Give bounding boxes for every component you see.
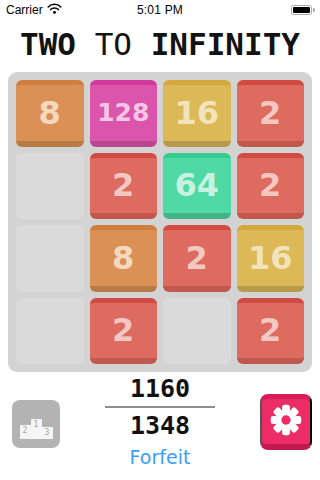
cell-r4c2: 2 — [90, 298, 158, 365]
app-title: TWO TO INFINITY — [0, 26, 320, 62]
settings-button[interactable] — [260, 394, 312, 450]
tile-64: 64 — [163, 153, 231, 220]
tile-2: 2 — [237, 80, 305, 147]
tile-8: 8 — [90, 225, 158, 292]
cell-r2c2: 2 — [90, 153, 158, 220]
cell-r3c4: 16 — [237, 225, 305, 292]
status-bar: Carrier 5:01 PM — [0, 0, 320, 20]
tile-2: 2 — [90, 298, 158, 365]
cell-r1c3: 16 — [163, 80, 231, 147]
tile-2: 2 — [90, 153, 158, 220]
tile-8: 8 — [16, 80, 84, 147]
score-divider — [105, 406, 215, 408]
cell-r1c2: 128 — [90, 80, 158, 147]
tile-2: 2 — [237, 298, 305, 365]
title-word-two: TWO — [20, 26, 76, 62]
title-word-infinity: INFINITY — [151, 26, 300, 62]
cell-r4c4: 2 — [237, 298, 305, 365]
gear-icon — [269, 403, 303, 440]
cell-r4c3 — [163, 298, 231, 365]
cell-r2c3: 64 — [163, 153, 231, 220]
board[interactable]: 81281622642821622 — [8, 72, 312, 372]
cell-r1c4: 2 — [237, 80, 305, 147]
cell-r3c1 — [16, 225, 84, 292]
forfeit-button[interactable]: Forfeit — [124, 447, 197, 468]
cell-r3c3: 2 — [163, 225, 231, 292]
cell-r1c1: 8 — [16, 80, 84, 147]
clock: 5:01 PM — [0, 3, 320, 17]
tile-2: 2 — [237, 153, 305, 220]
tile-16: 16 — [163, 80, 231, 147]
cell-r4c1 — [16, 298, 84, 365]
cell-r2c1 — [16, 153, 84, 220]
cell-r3c2: 8 — [90, 225, 158, 292]
tile-16: 16 — [237, 225, 305, 292]
cell-r2c4: 2 — [237, 153, 305, 220]
tile-128: 128 — [90, 80, 158, 147]
battery-icon — [291, 5, 315, 15]
tile-2: 2 — [163, 225, 231, 292]
title-word-to: TO — [95, 26, 132, 62]
